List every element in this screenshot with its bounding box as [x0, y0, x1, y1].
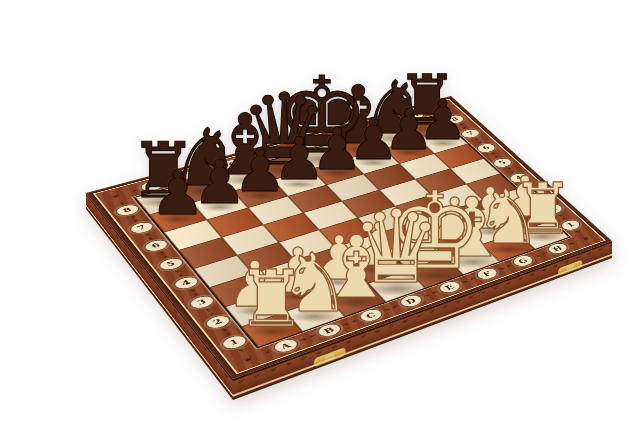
chess-set-photo: A❧❧A❧❧B❧❧B❧❧C❧❧C❧❧D❧❧D❧❧E❧❧E❧❧F❧❧F❧❧G❧❧G… [0, 0, 640, 426]
piece-black-pawn[interactable]: ♟ [150, 163, 205, 225]
piece-white-rook[interactable]: ♜ [236, 260, 306, 338]
chess-box: A❧❧A❧❧B❧❧B❧❧C❧❧C❧❧D❧❧D❧❧E❧❧E❧❧F❧❧F❧❧G❧❧G… [0, 0, 640, 426]
pieces-layer: ♜♞♝♛♚♝♞♜♟♟♟♟♟♟♟♟♟♟♟♟♟♟♟♟♜♞♝♛♚♝♞♜ [0, 0, 640, 426]
